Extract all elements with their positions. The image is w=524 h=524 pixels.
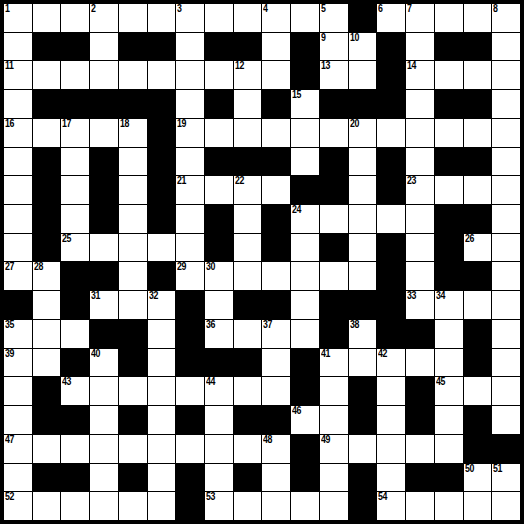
white-cell-r7c4[interactable] (119, 205, 147, 233)
white-cell-r4c7[interactable] (205, 119, 233, 147)
white-cell-r17c7[interactable]: 53 (205, 492, 233, 520)
black-cell-r5c13 (377, 148, 405, 176)
white-cell-r0c0[interactable]: 1 (4, 4, 32, 32)
white-cell-r2c7[interactable] (205, 61, 233, 89)
white-cell-r5c4[interactable] (119, 148, 147, 176)
black-cell-r1c4 (119, 33, 147, 61)
white-cell-r0c15[interactable] (435, 4, 463, 32)
white-cell-r4c6[interactable]: 19 (176, 119, 204, 147)
black-cell-r5c5 (148, 148, 176, 176)
clue-number-30: 30 (206, 262, 215, 272)
black-cell-r3c15 (435, 90, 463, 118)
white-cell-r16c11[interactable] (320, 464, 348, 492)
white-cell-r7c14[interactable] (406, 205, 434, 233)
black-cell-r1c5 (148, 33, 176, 61)
white-cell-r9c8[interactable] (234, 262, 262, 290)
clue-number-51: 51 (493, 464, 502, 474)
clue-number-22: 22 (235, 176, 244, 186)
white-cell-r12c1[interactable] (33, 349, 61, 377)
black-cell-r6c10 (291, 176, 319, 204)
white-cell-r15c7[interactable] (205, 435, 233, 463)
white-cell-r15c5[interactable] (148, 435, 176, 463)
white-cell-r9c6[interactable]: 29 (176, 262, 204, 290)
white-cell-r2c8[interactable]: 12 (234, 61, 262, 89)
white-cell-r4c17[interactable] (492, 119, 520, 147)
white-cell-r13c2[interactable]: 43 (61, 377, 89, 405)
white-cell-r6c9[interactable] (262, 176, 290, 204)
white-cell-r9c9[interactable] (262, 262, 290, 290)
white-cell-r13c5[interactable] (148, 377, 176, 405)
white-cell-r6c0[interactable] (4, 176, 32, 204)
white-cell-r14c0[interactable] (4, 406, 32, 434)
white-cell-r6c8[interactable]: 22 (234, 176, 262, 204)
black-cell-r5c15 (435, 148, 463, 176)
white-cell-r5c12[interactable] (349, 148, 377, 176)
white-cell-r10c1[interactable] (33, 291, 61, 319)
white-cell-r4c16[interactable] (464, 119, 492, 147)
white-cell-r14c3[interactable] (90, 406, 118, 434)
white-cell-r0c16[interactable] (464, 4, 492, 32)
black-cell-r9c2 (61, 262, 89, 290)
white-cell-r16c16[interactable]: 50 (464, 464, 492, 492)
white-cell-r8c5[interactable] (148, 234, 176, 262)
white-cell-r10c7[interactable] (205, 291, 233, 319)
white-cell-r9c17[interactable] (492, 262, 520, 290)
black-cell-r14c2 (61, 406, 89, 434)
white-cell-r1c9[interactable] (262, 33, 290, 61)
black-cell-r13c12 (349, 377, 377, 405)
black-cell-r3c16 (464, 90, 492, 118)
clue-number-24: 24 (292, 205, 301, 215)
clue-number-14: 14 (407, 61, 416, 71)
clue-number-45: 45 (436, 377, 445, 387)
white-cell-r17c15[interactable] (435, 492, 463, 520)
black-cell-r13c10 (291, 377, 319, 405)
white-cell-r9c12[interactable] (349, 262, 377, 290)
white-cell-r1c17[interactable] (492, 33, 520, 61)
black-cell-r5c11 (320, 148, 348, 176)
white-cell-r9c11[interactable] (320, 262, 348, 290)
clue-number-37: 37 (263, 320, 272, 330)
clue-number-20: 20 (350, 119, 359, 129)
clue-number-26: 26 (465, 234, 474, 244)
black-cell-r8c7 (205, 234, 233, 262)
white-cell-r8c10[interactable] (291, 234, 319, 262)
white-cell-r7c8[interactable] (234, 205, 262, 233)
white-cell-r11c9[interactable]: 37 (262, 320, 290, 348)
white-cell-r8c2[interactable]: 25 (61, 234, 89, 262)
black-cell-r7c9 (262, 205, 290, 233)
white-cell-r16c5[interactable] (148, 464, 176, 492)
white-cell-r4c15[interactable] (435, 119, 463, 147)
white-cell-r0c5[interactable] (148, 4, 176, 32)
white-cell-r1c14[interactable] (406, 33, 434, 61)
white-cell-r14c10[interactable]: 46 (291, 406, 319, 434)
white-cell-r0c2[interactable] (61, 4, 89, 32)
black-cell-r10c2 (61, 291, 89, 319)
white-cell-r2c11[interactable]: 13 (320, 61, 348, 89)
white-cell-r5c14[interactable] (406, 148, 434, 176)
white-cell-r16c0[interactable] (4, 464, 32, 492)
white-cell-r8c17[interactable] (492, 234, 520, 262)
white-cell-r6c17[interactable] (492, 176, 520, 204)
white-cell-r0c6[interactable]: 3 (176, 4, 204, 32)
black-cell-r11c13 (377, 320, 405, 348)
white-cell-r9c14[interactable] (406, 262, 434, 290)
white-cell-r7c13[interactable] (377, 205, 405, 233)
white-cell-r11c10[interactable] (291, 320, 319, 348)
white-cell-r11c8[interactable] (234, 320, 262, 348)
black-cell-r11c14 (406, 320, 434, 348)
white-cell-r0c13[interactable]: 6 (377, 4, 405, 32)
white-cell-r3c6[interactable] (176, 90, 204, 118)
white-cell-r17c9[interactable] (262, 492, 290, 520)
black-cell-r9c13 (377, 262, 405, 290)
black-cell-r10c0 (4, 291, 32, 319)
black-cell-r5c9 (262, 148, 290, 176)
white-cell-r4c13[interactable] (377, 119, 405, 147)
white-cell-r8c3[interactable] (90, 234, 118, 262)
black-cell-r7c5 (148, 205, 176, 233)
white-cell-r16c17[interactable]: 51 (492, 464, 520, 492)
white-cell-r2c16[interactable] (464, 61, 492, 89)
clue-number-27: 27 (5, 262, 14, 272)
black-cell-r16c10 (291, 464, 319, 492)
white-cell-r12c13[interactable]: 42 (377, 349, 405, 377)
white-cell-r8c16[interactable]: 26 (464, 234, 492, 262)
black-cell-r9c5 (148, 262, 176, 290)
black-cell-r1c7 (205, 33, 233, 61)
white-cell-r15c11[interactable]: 49 (320, 435, 348, 463)
clue-number-12: 12 (235, 61, 244, 71)
white-cell-r14c17[interactable] (492, 406, 520, 434)
black-cell-r15c16 (464, 435, 492, 463)
white-cell-r15c2[interactable] (61, 435, 89, 463)
black-cell-r12c8 (234, 349, 262, 377)
white-cell-r13c8[interactable] (234, 377, 262, 405)
white-cell-r8c6[interactable] (176, 234, 204, 262)
white-cell-r3c17[interactable] (492, 90, 520, 118)
black-cell-r6c3 (90, 176, 118, 204)
clue-number-40: 40 (91, 349, 100, 359)
clue-number-43: 43 (62, 377, 71, 387)
black-cell-r1c15 (435, 33, 463, 61)
white-cell-r0c11[interactable]: 5 (320, 4, 348, 32)
white-cell-r17c14[interactable] (406, 492, 434, 520)
white-cell-r7c12[interactable] (349, 205, 377, 233)
black-cell-r16c2 (61, 464, 89, 492)
white-cell-r8c0[interactable] (4, 234, 32, 262)
white-cell-r4c8[interactable] (234, 119, 262, 147)
white-cell-r10c17[interactable] (492, 291, 520, 319)
white-cell-r17c1[interactable] (33, 492, 61, 520)
white-cell-r2c14[interactable]: 14 (406, 61, 434, 89)
black-cell-r12c10 (291, 349, 319, 377)
white-cell-r3c10[interactable]: 15 (291, 90, 319, 118)
white-cell-r6c16[interactable] (464, 176, 492, 204)
white-cell-r4c9[interactable] (262, 119, 290, 147)
white-cell-r4c11[interactable] (320, 119, 348, 147)
white-cell-r6c15[interactable] (435, 176, 463, 204)
white-cell-r0c10[interactable] (291, 4, 319, 32)
black-cell-r7c16 (464, 205, 492, 233)
clue-number-10: 10 (350, 33, 359, 43)
white-cell-r13c11[interactable] (320, 377, 348, 405)
white-cell-r11c0[interactable]: 35 (4, 320, 32, 348)
black-cell-r3c1 (33, 90, 61, 118)
white-cell-r6c2[interactable] (61, 176, 89, 204)
white-cell-r2c1[interactable] (33, 61, 61, 89)
white-cell-r15c0[interactable]: 47 (4, 435, 32, 463)
white-cell-r17c11[interactable] (320, 492, 348, 520)
white-cell-r2c15[interactable] (435, 61, 463, 89)
black-cell-r9c16 (464, 262, 492, 290)
white-cell-r4c4[interactable]: 18 (119, 119, 147, 147)
black-cell-r8c9 (262, 234, 290, 262)
white-cell-r9c10[interactable] (291, 262, 319, 290)
white-cell-r7c17[interactable] (492, 205, 520, 233)
white-cell-r0c9[interactable]: 4 (262, 4, 290, 32)
black-cell-r3c5 (148, 90, 176, 118)
white-cell-r2c17[interactable] (492, 61, 520, 89)
black-cell-r7c1 (33, 205, 61, 233)
black-cell-r13c14 (406, 377, 434, 405)
white-cell-r16c3[interactable] (90, 464, 118, 492)
white-cell-r5c17[interactable] (492, 148, 520, 176)
white-cell-r17c3[interactable] (90, 492, 118, 520)
white-cell-r0c4[interactable] (119, 4, 147, 32)
white-cell-r14c7[interactable] (205, 406, 233, 434)
white-cell-r15c9[interactable]: 48 (262, 435, 290, 463)
white-cell-r7c10[interactable]: 24 (291, 205, 319, 233)
clue-number-42: 42 (378, 349, 387, 359)
white-cell-r1c11[interactable]: 9 (320, 33, 348, 61)
black-cell-r10c8 (234, 291, 262, 319)
clue-number-48: 48 (263, 435, 272, 445)
white-cell-r13c9[interactable] (262, 377, 290, 405)
black-cell-r5c16 (464, 148, 492, 176)
white-cell-r4c2[interactable]: 17 (61, 119, 89, 147)
black-cell-r9c15 (435, 262, 463, 290)
white-cell-r4c3[interactable] (90, 119, 118, 147)
white-cell-r13c7[interactable]: 44 (205, 377, 233, 405)
white-cell-r9c1[interactable]: 28 (33, 262, 61, 290)
white-cell-r2c4[interactable] (119, 61, 147, 89)
white-cell-r11c2[interactable] (61, 320, 89, 348)
white-cell-r5c0[interactable] (4, 148, 32, 176)
white-cell-r0c7[interactable] (205, 4, 233, 32)
white-cell-r10c5[interactable]: 32 (148, 291, 176, 319)
white-cell-r8c14[interactable] (406, 234, 434, 262)
white-cell-r17c0[interactable]: 52 (4, 492, 32, 520)
white-cell-r17c13[interactable]: 54 (377, 492, 405, 520)
white-cell-r4c10[interactable] (291, 119, 319, 147)
clue-number-6: 6 (378, 4, 382, 14)
black-cell-r6c11 (320, 176, 348, 204)
white-cell-r4c12[interactable]: 20 (349, 119, 377, 147)
white-cell-r8c4[interactable] (119, 234, 147, 262)
white-cell-r9c7[interactable]: 30 (205, 262, 233, 290)
white-cell-r6c12[interactable] (349, 176, 377, 204)
white-cell-r17c5[interactable] (148, 492, 176, 520)
white-cell-r12c3[interactable]: 40 (90, 349, 118, 377)
clue-number-9: 9 (321, 33, 325, 43)
white-cell-r13c16[interactable] (464, 377, 492, 405)
white-cell-r10c4[interactable] (119, 291, 147, 319)
white-cell-r17c17[interactable] (492, 492, 520, 520)
white-cell-r12c5[interactable] (148, 349, 176, 377)
black-cell-r1c16 (464, 33, 492, 61)
white-cell-r13c6[interactable] (176, 377, 204, 405)
black-cell-r17c6 (176, 492, 204, 520)
black-cell-r7c7 (205, 205, 233, 233)
white-cell-r5c2[interactable] (61, 148, 89, 176)
white-cell-r6c14[interactable]: 23 (406, 176, 434, 204)
white-cell-r10c15[interactable]: 34 (435, 291, 463, 319)
black-cell-r7c3 (90, 205, 118, 233)
clue-number-2: 2 (91, 4, 95, 14)
white-cell-r14c15[interactable] (435, 406, 463, 434)
white-cell-r9c0[interactable]: 27 (4, 262, 32, 290)
black-cell-r8c11 (320, 234, 348, 262)
white-cell-r11c5[interactable] (148, 320, 176, 348)
white-cell-r0c1[interactable] (33, 4, 61, 32)
white-cell-r12c12[interactable] (349, 349, 377, 377)
white-cell-r13c15[interactable]: 45 (435, 377, 463, 405)
white-cell-r4c1[interactable] (33, 119, 61, 147)
black-cell-r12c7 (205, 349, 233, 377)
white-cell-r5c6[interactable] (176, 148, 204, 176)
white-cell-r11c12[interactable]: 38 (349, 320, 377, 348)
white-cell-r13c13[interactable] (377, 377, 405, 405)
white-cell-r1c3[interactable] (90, 33, 118, 61)
white-cell-r11c7[interactable]: 36 (205, 320, 233, 348)
black-cell-r11c11 (320, 320, 348, 348)
white-cell-r2c3[interactable] (90, 61, 118, 89)
white-cell-r7c11[interactable] (320, 205, 348, 233)
white-cell-r8c8[interactable] (234, 234, 262, 262)
white-cell-r2c9[interactable] (262, 61, 290, 89)
black-cell-r5c8 (234, 148, 262, 176)
white-cell-r17c10[interactable] (291, 492, 319, 520)
black-cell-r11c16 (464, 320, 492, 348)
white-cell-r15c14[interactable] (406, 435, 434, 463)
white-cell-r0c17[interactable]: 8 (492, 4, 520, 32)
white-cell-r3c8[interactable] (234, 90, 262, 118)
white-cell-r10c3[interactable]: 31 (90, 291, 118, 319)
white-cell-r15c1[interactable] (33, 435, 61, 463)
clue-number-19: 19 (177, 119, 186, 129)
white-cell-r14c11[interactable] (320, 406, 348, 434)
clue-number-34: 34 (436, 291, 445, 301)
white-cell-r2c5[interactable] (148, 61, 176, 89)
black-cell-r5c7 (205, 148, 233, 176)
white-cell-r14c13[interactable] (377, 406, 405, 434)
clue-number-17: 17 (62, 119, 71, 129)
white-cell-r1c0[interactable] (4, 33, 32, 61)
white-cell-r16c9[interactable] (262, 464, 290, 492)
white-cell-r12c15[interactable] (435, 349, 463, 377)
white-cell-r15c8[interactable] (234, 435, 262, 463)
white-cell-r11c15[interactable] (435, 320, 463, 348)
white-cell-r9c4[interactable] (119, 262, 147, 290)
white-cell-r6c4[interactable] (119, 176, 147, 204)
white-cell-r3c14[interactable] (406, 90, 434, 118)
white-cell-r6c7[interactable] (205, 176, 233, 204)
white-cell-r15c15[interactable] (435, 435, 463, 463)
white-cell-r2c2[interactable] (61, 61, 89, 89)
white-cell-r7c2[interactable] (61, 205, 89, 233)
clue-number-29: 29 (177, 262, 186, 272)
white-cell-r16c7[interactable] (205, 464, 233, 492)
clue-number-5: 5 (321, 4, 325, 14)
white-cell-r13c17[interactable] (492, 377, 520, 405)
clue-number-25: 25 (62, 234, 71, 244)
white-cell-r17c8[interactable] (234, 492, 262, 520)
white-cell-r12c14[interactable] (406, 349, 434, 377)
white-cell-r2c12[interactable] (349, 61, 377, 89)
white-cell-r1c6[interactable] (176, 33, 204, 61)
white-cell-r15c12[interactable] (349, 435, 377, 463)
white-cell-r12c9[interactable] (262, 349, 290, 377)
white-cell-r15c13[interactable] (377, 435, 405, 463)
white-cell-r12c0[interactable]: 39 (4, 349, 32, 377)
white-cell-r0c8[interactable] (234, 4, 262, 32)
white-cell-r13c3[interactable] (90, 377, 118, 405)
white-cell-r14c5[interactable] (148, 406, 176, 434)
white-cell-r3c0[interactable] (4, 90, 32, 118)
black-cell-r7c15 (435, 205, 463, 233)
white-cell-r2c0[interactable]: 11 (4, 61, 32, 89)
clue-number-13: 13 (321, 61, 330, 71)
white-cell-r4c14[interactable] (406, 119, 434, 147)
white-cell-r16c13[interactable] (377, 464, 405, 492)
white-cell-r5c10[interactable] (291, 148, 319, 176)
white-cell-r0c3[interactable]: 2 (90, 4, 118, 32)
white-cell-r10c10[interactable] (291, 291, 319, 319)
white-cell-r8c12[interactable] (349, 234, 377, 262)
clue-number-46: 46 (292, 406, 301, 416)
white-cell-r15c4[interactable] (119, 435, 147, 463)
white-cell-r15c3[interactable] (90, 435, 118, 463)
white-cell-r11c1[interactable] (33, 320, 61, 348)
white-cell-r11c17[interactable] (492, 320, 520, 348)
white-cell-r4c0[interactable]: 16 (4, 119, 32, 147)
white-cell-r13c4[interactable] (119, 377, 147, 405)
white-cell-r12c17[interactable] (492, 349, 520, 377)
white-cell-r15c6[interactable] (176, 435, 204, 463)
white-cell-r7c0[interactable] (4, 205, 32, 233)
black-cell-r4c5 (148, 119, 176, 147)
white-cell-r13c0[interactable] (4, 377, 32, 405)
white-cell-r1c12[interactable]: 10 (349, 33, 377, 61)
white-cell-r10c14[interactable]: 33 (406, 291, 434, 319)
white-cell-r17c16[interactable] (464, 492, 492, 520)
black-cell-r5c3 (90, 148, 118, 176)
black-cell-r11c4 (119, 320, 147, 348)
black-cell-r12c16 (464, 349, 492, 377)
white-cell-r17c2[interactable] (61, 492, 89, 520)
white-cell-r6c6[interactable]: 21 (176, 176, 204, 204)
white-cell-r7c6[interactable] (176, 205, 204, 233)
white-cell-r12c11[interactable]: 41 (320, 349, 348, 377)
black-cell-r14c8 (234, 406, 262, 434)
white-cell-r2c6[interactable] (176, 61, 204, 89)
black-cell-r2c13 (377, 61, 405, 89)
white-cell-r17c4[interactable] (119, 492, 147, 520)
white-cell-r0c14[interactable]: 7 (406, 4, 434, 32)
white-cell-r10c16[interactable] (464, 291, 492, 319)
